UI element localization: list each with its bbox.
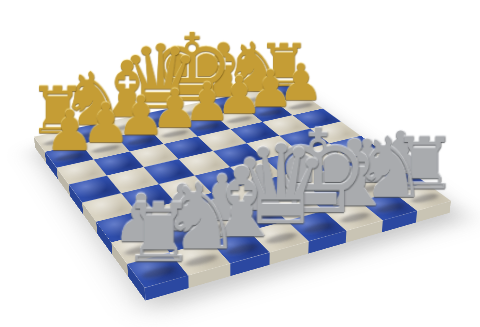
board-scene: ♜♞♝♛♚♝♞♜♟♟♟♟♟♟♟♟♟♟♟♟♟♟♟♟♜♞♝♛♚♝♞♜ (0, 0, 480, 327)
chess-board: ♜♞♝♛♚♝♞♜♟♟♟♟♟♟♟♟♟♟♟♟♟♟♟♟♜♞♝♛♚♝♞♜ (34, 84, 451, 288)
black-gold-pawn-a7: ♟ (45, 103, 95, 159)
product-photo-stage: ♜♞♝♛♚♝♞♜♟♟♟♟♟♟♟♟♟♟♟♟♟♟♟♟♜♞♝♛♚♝♞♜ (0, 0, 480, 327)
board-squares-grid: ♜♞♝♛♚♝♞♜♟♟♟♟♟♟♟♟♟♟♟♟♟♟♟♟♜♞♝♛♚♝♞♜ (34, 84, 451, 288)
white-silver-rook-a1: ♜ (122, 193, 195, 274)
